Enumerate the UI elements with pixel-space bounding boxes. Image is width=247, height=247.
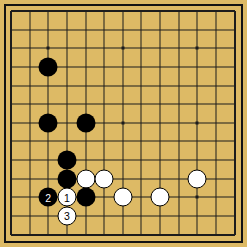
intersection-C4[interactable] bbox=[39, 169, 58, 188]
intersection-C1[interactable] bbox=[39, 225, 58, 244]
intersection-E10[interactable] bbox=[76, 58, 95, 77]
intersection-B10[interactable] bbox=[20, 58, 39, 77]
intersection-N5[interactable] bbox=[225, 151, 244, 170]
hoshi-point bbox=[196, 47, 199, 50]
intersection-L10[interactable] bbox=[188, 58, 207, 77]
intersection-M9[interactable] bbox=[207, 76, 226, 95]
intersection-G11[interactable] bbox=[114, 39, 133, 58]
intersection-B11[interactable] bbox=[20, 39, 39, 58]
intersection-K4[interactable] bbox=[169, 169, 188, 188]
intersection-D7[interactable] bbox=[58, 114, 77, 133]
intersection-D13[interactable] bbox=[58, 2, 77, 21]
intersection-A2[interactable] bbox=[2, 207, 21, 226]
intersection-N4[interactable] bbox=[225, 169, 244, 188]
intersection-F11[interactable] bbox=[95, 39, 114, 58]
intersection-G8[interactable] bbox=[114, 95, 133, 114]
intersection-F6[interactable] bbox=[95, 132, 114, 151]
intersection-F10[interactable] bbox=[95, 58, 114, 77]
intersection-M5[interactable] bbox=[207, 151, 226, 170]
intersection-L2[interactable] bbox=[188, 207, 207, 226]
intersection-N3[interactable] bbox=[225, 188, 244, 207]
intersection-M1[interactable] bbox=[207, 225, 226, 244]
intersection-H11[interactable] bbox=[132, 39, 151, 58]
intersection-B1[interactable] bbox=[20, 225, 39, 244]
intersection-A5[interactable] bbox=[2, 151, 21, 170]
intersection-H4[interactable] bbox=[132, 169, 151, 188]
intersection-L9[interactable] bbox=[188, 76, 207, 95]
intersection-N13[interactable] bbox=[225, 2, 244, 21]
intersection-G9[interactable] bbox=[114, 76, 133, 95]
intersection-G6[interactable] bbox=[114, 132, 133, 151]
intersection-C5[interactable] bbox=[39, 151, 58, 170]
intersection-H13[interactable] bbox=[132, 2, 151, 21]
intersection-J11[interactable] bbox=[151, 39, 170, 58]
intersection-K6[interactable] bbox=[169, 132, 188, 151]
intersection-F2[interactable] bbox=[95, 207, 114, 226]
intersection-J3[interactable] bbox=[151, 188, 170, 207]
intersection-J2[interactable] bbox=[151, 207, 170, 226]
intersection-D10[interactable] bbox=[58, 58, 77, 77]
intersection-M6[interactable] bbox=[207, 132, 226, 151]
intersection-F13[interactable] bbox=[95, 2, 114, 21]
intersection-N9[interactable] bbox=[225, 76, 244, 95]
intersection-E7[interactable] bbox=[76, 114, 95, 133]
black-stone-move-2: 2 bbox=[39, 188, 58, 207]
intersection-L6[interactable] bbox=[188, 132, 207, 151]
intersection-C11[interactable] bbox=[39, 39, 58, 58]
intersection-K5[interactable] bbox=[169, 151, 188, 170]
hoshi-point bbox=[196, 121, 199, 124]
black-stone bbox=[76, 113, 95, 132]
intersection-H2[interactable] bbox=[132, 207, 151, 226]
intersection-F1[interactable] bbox=[95, 225, 114, 244]
intersection-L4[interactable] bbox=[188, 169, 207, 188]
intersection-J4[interactable] bbox=[151, 169, 170, 188]
intersection-J12[interactable] bbox=[151, 20, 170, 39]
intersection-B4[interactable] bbox=[20, 169, 39, 188]
intersection-G10[interactable] bbox=[114, 58, 133, 77]
intersection-H12[interactable] bbox=[132, 20, 151, 39]
intersection-M11[interactable] bbox=[207, 39, 226, 58]
intersection-A9[interactable] bbox=[2, 76, 21, 95]
intersection-C7[interactable] bbox=[39, 114, 58, 133]
intersection-B13[interactable] bbox=[20, 2, 39, 21]
intersection-F8[interactable] bbox=[95, 95, 114, 114]
go-diagram: 213 bbox=[0, 0, 247, 247]
intersection-E6[interactable] bbox=[76, 132, 95, 151]
intersection-H1[interactable] bbox=[132, 225, 151, 244]
intersection-A4[interactable] bbox=[2, 169, 21, 188]
intersection-D12[interactable] bbox=[58, 20, 77, 39]
intersection-M10[interactable] bbox=[207, 58, 226, 77]
intersection-E13[interactable] bbox=[76, 2, 95, 21]
intersection-B9[interactable] bbox=[20, 76, 39, 95]
go-board-grid: 213 bbox=[2, 2, 244, 244]
intersection-H5[interactable] bbox=[132, 151, 151, 170]
intersection-N6[interactable] bbox=[225, 132, 244, 151]
black-stone bbox=[39, 57, 58, 76]
intersection-K10[interactable] bbox=[169, 58, 188, 77]
intersection-A10[interactable] bbox=[2, 58, 21, 77]
intersection-E3[interactable] bbox=[76, 188, 95, 207]
intersection-K11[interactable] bbox=[169, 39, 188, 58]
intersection-N10[interactable] bbox=[225, 58, 244, 77]
white-stone-move-3: 3 bbox=[57, 207, 76, 226]
intersection-G12[interactable] bbox=[114, 20, 133, 39]
hoshi-point bbox=[196, 196, 199, 199]
intersection-M4[interactable] bbox=[207, 169, 226, 188]
intersection-A1[interactable] bbox=[2, 225, 21, 244]
intersection-A3[interactable] bbox=[2, 188, 21, 207]
intersection-D11[interactable] bbox=[58, 39, 77, 58]
intersection-J8[interactable] bbox=[151, 95, 170, 114]
intersection-D4[interactable] bbox=[58, 169, 77, 188]
intersection-B5[interactable] bbox=[20, 151, 39, 170]
intersection-J9[interactable] bbox=[151, 76, 170, 95]
intersection-N7[interactable] bbox=[225, 114, 244, 133]
intersection-D3[interactable]: 1 bbox=[58, 188, 77, 207]
intersection-J10[interactable] bbox=[151, 58, 170, 77]
intersection-N12[interactable] bbox=[225, 20, 244, 39]
intersection-G1[interactable] bbox=[114, 225, 133, 244]
intersection-K9[interactable] bbox=[169, 76, 188, 95]
intersection-C10[interactable] bbox=[39, 58, 58, 77]
intersection-H7[interactable] bbox=[132, 114, 151, 133]
intersection-M13[interactable] bbox=[207, 2, 226, 21]
intersection-K2[interactable] bbox=[169, 207, 188, 226]
intersection-A7[interactable] bbox=[2, 114, 21, 133]
intersection-H6[interactable] bbox=[132, 132, 151, 151]
intersection-N11[interactable] bbox=[225, 39, 244, 58]
intersection-J7[interactable] bbox=[151, 114, 170, 133]
intersection-J1[interactable] bbox=[151, 225, 170, 244]
intersection-L8[interactable] bbox=[188, 95, 207, 114]
intersection-M7[interactable] bbox=[207, 114, 226, 133]
intersection-G5[interactable] bbox=[114, 151, 133, 170]
intersection-H8[interactable] bbox=[132, 95, 151, 114]
intersection-A6[interactable] bbox=[2, 132, 21, 151]
black-stone bbox=[57, 169, 76, 188]
black-stone bbox=[57, 151, 76, 170]
intersection-G4[interactable] bbox=[114, 169, 133, 188]
black-stone bbox=[39, 113, 58, 132]
intersection-H3[interactable] bbox=[132, 188, 151, 207]
intersection-L5[interactable] bbox=[188, 151, 207, 170]
intersection-K12[interactable] bbox=[169, 20, 188, 39]
intersection-C13[interactable] bbox=[39, 2, 58, 21]
intersection-M3[interactable] bbox=[207, 188, 226, 207]
intersection-L12[interactable] bbox=[188, 20, 207, 39]
intersection-J5[interactable] bbox=[151, 151, 170, 170]
intersection-M8[interactable] bbox=[207, 95, 226, 114]
intersection-C12[interactable] bbox=[39, 20, 58, 39]
intersection-F3[interactable] bbox=[95, 188, 114, 207]
intersection-C9[interactable] bbox=[39, 76, 58, 95]
intersection-C8[interactable] bbox=[39, 95, 58, 114]
intersection-B8[interactable] bbox=[20, 95, 39, 114]
intersection-K13[interactable] bbox=[169, 2, 188, 21]
intersection-N8[interactable] bbox=[225, 95, 244, 114]
intersection-L11[interactable] bbox=[188, 39, 207, 58]
black-stone bbox=[76, 188, 95, 207]
intersection-L7[interactable] bbox=[188, 114, 207, 133]
intersection-C2[interactable] bbox=[39, 207, 58, 226]
intersection-G3[interactable] bbox=[114, 188, 133, 207]
white-stone bbox=[76, 169, 95, 188]
intersection-L3[interactable] bbox=[188, 188, 207, 207]
intersection-F4[interactable] bbox=[95, 169, 114, 188]
intersection-B7[interactable] bbox=[20, 114, 39, 133]
intersection-J13[interactable] bbox=[151, 2, 170, 21]
white-stone-move-1: 1 bbox=[57, 188, 76, 207]
intersection-J6[interactable] bbox=[151, 132, 170, 151]
intersection-C3[interactable]: 2 bbox=[39, 188, 58, 207]
intersection-E5[interactable] bbox=[76, 151, 95, 170]
intersection-B6[interactable] bbox=[20, 132, 39, 151]
intersection-G13[interactable] bbox=[114, 2, 133, 21]
intersection-N1[interactable] bbox=[225, 225, 244, 244]
intersection-K7[interactable] bbox=[169, 114, 188, 133]
hoshi-point bbox=[121, 47, 124, 50]
intersection-A11[interactable] bbox=[2, 39, 21, 58]
intersection-A12[interactable] bbox=[2, 20, 21, 39]
white-stone bbox=[113, 188, 132, 207]
intersection-N2[interactable] bbox=[225, 207, 244, 226]
intersection-D9[interactable] bbox=[58, 76, 77, 95]
intersection-L1[interactable] bbox=[188, 225, 207, 244]
intersection-C6[interactable] bbox=[39, 132, 58, 151]
intersection-B12[interactable] bbox=[20, 20, 39, 39]
intersection-E9[interactable] bbox=[76, 76, 95, 95]
intersection-E1[interactable] bbox=[76, 225, 95, 244]
intersection-M2[interactable] bbox=[207, 207, 226, 226]
intersection-H10[interactable] bbox=[132, 58, 151, 77]
white-stone bbox=[151, 188, 170, 207]
intersection-E2[interactable] bbox=[76, 207, 95, 226]
hoshi-point bbox=[47, 47, 50, 50]
white-stone bbox=[188, 169, 207, 188]
intersection-D6[interactable] bbox=[58, 132, 77, 151]
intersection-E8[interactable] bbox=[76, 95, 95, 114]
intersection-G2[interactable] bbox=[114, 207, 133, 226]
intersection-F12[interactable] bbox=[95, 20, 114, 39]
intersection-E12[interactable] bbox=[76, 20, 95, 39]
intersection-G7[interactable] bbox=[114, 114, 133, 133]
intersection-F5[interactable] bbox=[95, 151, 114, 170]
intersection-B3[interactable] bbox=[20, 188, 39, 207]
intersection-M12[interactable] bbox=[207, 20, 226, 39]
intersection-D2[interactable]: 3 bbox=[58, 207, 77, 226]
intersection-A13[interactable] bbox=[2, 2, 21, 21]
intersection-K8[interactable] bbox=[169, 95, 188, 114]
intersection-F7[interactable] bbox=[95, 114, 114, 133]
intersection-H9[interactable] bbox=[132, 76, 151, 95]
intersection-D5[interactable] bbox=[58, 151, 77, 170]
intersection-K3[interactable] bbox=[169, 188, 188, 207]
intersection-A8[interactable] bbox=[2, 95, 21, 114]
intersection-E4[interactable] bbox=[76, 169, 95, 188]
intersection-E11[interactable] bbox=[76, 39, 95, 58]
intersection-D1[interactable] bbox=[58, 225, 77, 244]
intersection-D8[interactable] bbox=[58, 95, 77, 114]
intersection-B2[interactable] bbox=[20, 207, 39, 226]
intersection-K1[interactable] bbox=[169, 225, 188, 244]
white-stone bbox=[95, 169, 114, 188]
hoshi-point bbox=[121, 121, 124, 124]
intersection-F9[interactable] bbox=[95, 76, 114, 95]
intersection-L13[interactable] bbox=[188, 2, 207, 21]
